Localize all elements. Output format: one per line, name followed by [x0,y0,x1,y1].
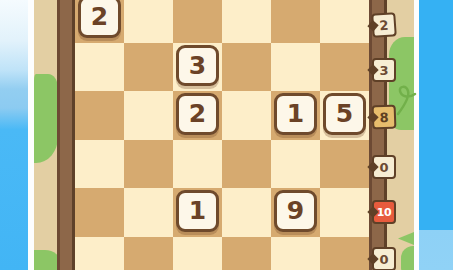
cell-r3c0[interactable] [75,140,124,189]
cell-r0c4[interactable] [271,0,320,43]
row-target-tab-1-default: 3 [372,58,396,82]
cell-r5c3[interactable] [222,237,271,270]
cell-r4c2[interactable]: 1 [173,188,222,237]
cell-r5c0[interactable] [75,237,124,270]
sprout-icon [395,84,419,116]
sky-background-left [0,0,28,270]
row-target-value: 10 [377,206,391,219]
cell-r5c5[interactable] [320,237,369,270]
cell-r2c0[interactable] [75,91,124,140]
cell-r4c4[interactable]: 9 [271,188,320,237]
cell-r1c2[interactable]: 3 [173,43,222,92]
row-target-tab-2-complete: 8 [372,105,397,130]
number-tile-3-r1c2[interactable]: 3 [176,45,219,87]
row-target-tab-4-alert: 10 [372,200,396,224]
number-tile-1-r2c4[interactable]: 1 [274,93,317,135]
row-target-value: 3 [379,63,388,78]
right-panel-edge [414,0,419,270]
tile-number: 1 [189,198,206,223]
cell-r4c1[interactable] [124,188,173,237]
cell-r3c3[interactable] [222,140,271,189]
cell-r1c5[interactable] [320,43,369,92]
cell-r2c4[interactable]: 1 [271,91,320,140]
board-frame-left [57,0,75,270]
bush-decoration [398,232,414,245]
row-target-tab-5-default: 0 [372,247,396,270]
cell-r5c1[interactable] [124,237,173,270]
cell-r2c2[interactable]: 2 [173,91,222,140]
cell-r1c4[interactable] [271,43,320,92]
number-tile-2-r2c2[interactable]: 2 [176,93,219,135]
cell-r4c3[interactable] [222,188,271,237]
cell-r3c2[interactable] [173,140,222,189]
row-target-value: 2 [379,17,389,33]
board-frame-right [369,0,387,270]
tile-number: 2 [91,4,108,29]
cell-r4c5[interactable] [320,188,369,237]
cell-r1c0[interactable] [75,43,124,92]
bush-decoration [401,246,414,270]
row-target-tab-0-default: 2 [371,12,397,38]
cell-r4c0[interactable] [75,188,124,237]
tile-number: 1 [287,101,304,126]
cell-r3c5[interactable] [320,140,369,189]
cell-r0c3[interactable] [222,0,271,43]
cell-r3c1[interactable] [124,140,173,189]
cell-r5c4[interactable] [271,237,320,270]
sky-background-right [419,0,453,270]
cell-r1c3[interactable] [222,43,271,92]
tile-number: 3 [189,53,206,78]
row-target-value: 0 [379,252,388,267]
game-screen: 2321519 2380100 [0,0,453,270]
row-target-tab-3-default: 0 [372,155,396,179]
cell-r5c2[interactable] [173,237,222,270]
number-tile-5-r2c5[interactable]: 5 [323,93,366,135]
tile-number: 2 [189,101,206,126]
cell-r3c4[interactable] [271,140,320,189]
cell-r0c2[interactable] [173,0,222,43]
bush-decoration [34,74,58,163]
number-tile-2-r0c0[interactable]: 2 [78,0,121,38]
row-target-value: 8 [379,109,389,124]
cell-r0c0[interactable]: 2 [75,0,124,43]
cell-r2c5[interactable]: 5 [320,91,369,140]
tile-number: 5 [336,101,353,126]
number-tile-1-r4c2[interactable]: 1 [176,190,219,232]
cell-r2c3[interactable] [222,91,271,140]
cell-r0c5[interactable] [320,0,369,43]
cell-r2c1[interactable] [124,91,173,140]
number-tile-9-r4c4[interactable]: 9 [274,190,317,232]
cell-r0c1[interactable] [124,0,173,43]
cell-r1c1[interactable] [124,43,173,92]
tile-number: 9 [287,198,304,223]
row-target-value: 0 [379,160,388,175]
board-grid: 2321519 [75,0,369,270]
